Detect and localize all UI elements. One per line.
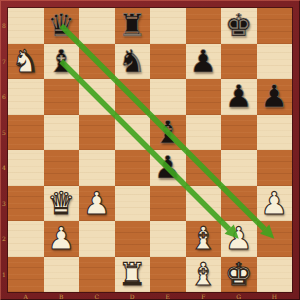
square-e3[interactable] <box>150 186 186 222</box>
square-d4[interactable] <box>115 150 151 186</box>
square-e7[interactable] <box>150 44 186 80</box>
piece-black-king-g8[interactable]: ♚ <box>225 8 253 43</box>
square-g6[interactable]: ♟ <box>221 79 257 115</box>
square-f8[interactable] <box>186 8 222 44</box>
rank-label-7: 7 <box>0 44 8 80</box>
square-e2[interactable] <box>150 221 186 257</box>
file-label-b: B <box>44 292 80 300</box>
piece-white-pawn-g2[interactable]: ♟ <box>225 221 253 256</box>
file-label-h: H <box>257 292 293 300</box>
square-c4[interactable] <box>79 150 115 186</box>
piece-black-pawn-g6[interactable]: ♟ <box>225 79 253 114</box>
square-c8[interactable] <box>79 8 115 44</box>
rank-label-1: 1 <box>0 257 8 293</box>
file-labels: ABCDEFGH <box>8 292 292 300</box>
rank-label-4: 4 <box>0 150 8 186</box>
square-c6[interactable] <box>79 79 115 115</box>
chess-board-frame: 87654321 ABCDEFGH ♛♜♚♞♝♞♟♟♟♝♟♛♟♟♟♝♟♜♝♚ <box>0 0 300 300</box>
square-b7[interactable]: ♝ <box>44 44 80 80</box>
square-b4[interactable] <box>44 150 80 186</box>
square-g8[interactable]: ♚ <box>221 8 257 44</box>
square-a6[interactable] <box>8 79 44 115</box>
square-f5[interactable] <box>186 115 222 151</box>
piece-white-bishop-f1[interactable]: ♝ <box>189 257 217 292</box>
square-f7[interactable]: ♟ <box>186 44 222 80</box>
square-a8[interactable] <box>8 8 44 44</box>
piece-black-pawn-e4[interactable]: ♟ <box>154 150 182 185</box>
square-f6[interactable] <box>186 79 222 115</box>
rank-label-8: 8 <box>0 8 8 44</box>
square-a1[interactable] <box>8 257 44 293</box>
square-g2[interactable]: ♟ <box>221 221 257 257</box>
square-b6[interactable] <box>44 79 80 115</box>
square-e4[interactable]: ♟ <box>150 150 186 186</box>
piece-black-rook-d8[interactable]: ♜ <box>118 8 146 43</box>
piece-white-bishop-f2[interactable]: ♝ <box>189 221 217 256</box>
square-a4[interactable] <box>8 150 44 186</box>
square-c3[interactable]: ♟ <box>79 186 115 222</box>
square-g7[interactable] <box>221 44 257 80</box>
square-a5[interactable] <box>8 115 44 151</box>
square-c5[interactable] <box>79 115 115 151</box>
piece-white-pawn-b2[interactable]: ♟ <box>47 221 75 256</box>
square-h8[interactable] <box>257 8 293 44</box>
square-h4[interactable] <box>257 150 293 186</box>
square-d7[interactable]: ♞ <box>115 44 151 80</box>
square-h3[interactable]: ♟ <box>257 186 293 222</box>
square-b8[interactable]: ♛ <box>44 8 80 44</box>
square-b1[interactable] <box>44 257 80 293</box>
square-a2[interactable] <box>8 221 44 257</box>
square-e6[interactable] <box>150 79 186 115</box>
chess-board: ♛♜♚♞♝♞♟♟♟♝♟♛♟♟♟♝♟♜♝♚ <box>8 8 292 292</box>
rank-label-5: 5 <box>0 115 8 151</box>
square-f1[interactable]: ♝ <box>186 257 222 293</box>
piece-white-pawn-c3[interactable]: ♟ <box>83 186 111 221</box>
square-d8[interactable]: ♜ <box>115 8 151 44</box>
square-g3[interactable] <box>221 186 257 222</box>
square-a3[interactable] <box>8 186 44 222</box>
square-c7[interactable] <box>79 44 115 80</box>
piece-black-bishop-b7[interactable]: ♝ <box>47 44 75 79</box>
square-a7[interactable]: ♞ <box>8 44 44 80</box>
square-g5[interactable] <box>221 115 257 151</box>
piece-white-queen-b3[interactable]: ♛ <box>47 186 75 221</box>
file-label-a: A <box>8 292 44 300</box>
square-h6[interactable]: ♟ <box>257 79 293 115</box>
piece-black-bishop-e5[interactable]: ♝ <box>154 115 182 150</box>
square-b5[interactable] <box>44 115 80 151</box>
square-d3[interactable] <box>115 186 151 222</box>
square-c1[interactable] <box>79 257 115 293</box>
file-label-d: D <box>115 292 151 300</box>
piece-white-pawn-h3[interactable]: ♟ <box>260 186 288 221</box>
square-f3[interactable] <box>186 186 222 222</box>
square-f4[interactable] <box>186 150 222 186</box>
square-d5[interactable] <box>115 115 151 151</box>
square-h2[interactable] <box>257 221 293 257</box>
piece-black-pawn-h6[interactable]: ♟ <box>260 79 288 114</box>
square-b3[interactable]: ♛ <box>44 186 80 222</box>
piece-white-knight-a7[interactable]: ♞ <box>12 44 40 79</box>
square-h1[interactable] <box>257 257 293 293</box>
square-g4[interactable] <box>221 150 257 186</box>
square-h7[interactable] <box>257 44 293 80</box>
square-e1[interactable] <box>150 257 186 293</box>
file-label-g: G <box>221 292 257 300</box>
square-e5[interactable]: ♝ <box>150 115 186 151</box>
square-d6[interactable] <box>115 79 151 115</box>
file-label-f: F <box>186 292 222 300</box>
rank-label-2: 2 <box>0 221 8 257</box>
piece-white-rook-d1[interactable]: ♜ <box>118 257 146 292</box>
rank-label-6: 6 <box>0 79 8 115</box>
piece-black-knight-d7[interactable]: ♞ <box>118 44 146 79</box>
square-e8[interactable] <box>150 8 186 44</box>
square-d2[interactable] <box>115 221 151 257</box>
square-b2[interactable]: ♟ <box>44 221 80 257</box>
piece-black-queen-b8[interactable]: ♛ <box>47 8 75 43</box>
square-c2[interactable] <box>79 221 115 257</box>
square-f2[interactable]: ♝ <box>186 221 222 257</box>
rank-labels: 87654321 <box>0 8 8 292</box>
file-label-e: E <box>150 292 186 300</box>
rank-label-3: 3 <box>0 186 8 222</box>
square-d1[interactable]: ♜ <box>115 257 151 293</box>
piece-black-pawn-f7[interactable]: ♟ <box>189 44 217 79</box>
square-h5[interactable] <box>257 115 293 151</box>
piece-white-king-g1[interactable]: ♚ <box>225 257 253 292</box>
square-g1[interactable]: ♚ <box>221 257 257 293</box>
file-label-c: C <box>79 292 115 300</box>
